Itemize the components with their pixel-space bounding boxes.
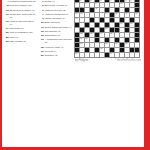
grid-cell[interactable]: 17 [135, 13, 139, 17]
grid-cell[interactable] [115, 3, 119, 7]
grid-cell-black [75, 43, 79, 47]
grid-cell[interactable] [110, 38, 114, 42]
cell-number: 17 [135, 13, 137, 14]
grid-cell-black [110, 28, 114, 32]
grid-cell[interactable] [100, 3, 104, 7]
grid-cell-black [105, 53, 109, 57]
grid-cell[interactable]: 32 [100, 48, 104, 52]
grid-cell[interactable] [105, 18, 109, 22]
crossword-page: 4Product of fermenting (3)8Lies for exam… [0, 0, 150, 150]
grid-cell[interactable] [90, 48, 94, 52]
grid-cell[interactable] [80, 53, 84, 57]
cell-number: 20 [130, 23, 132, 24]
cell-number: 26 [80, 38, 82, 39]
grid-cell[interactable]: 20 [130, 23, 134, 27]
grid-cell[interactable] [125, 18, 129, 22]
cell-number: 14 [105, 13, 107, 14]
cell-number: 1 [80, 0, 81, 1]
grid-cell-black [80, 28, 84, 32]
grid-cell[interactable] [130, 3, 134, 7]
clue-text: Son of the Herods (7) [45, 5, 74, 8]
attribution-author: by Philigree [75, 59, 89, 62]
clue-item: 18Heavenly body (4) [39, 47, 73, 50]
grid-cell[interactable]: 12 [75, 13, 79, 17]
cell-number: 22 [80, 33, 82, 34]
grid-cell-black [95, 0, 99, 2]
clue-item: 13Serpent for example (7) [4, 10, 37, 13]
grid-cell[interactable]: 23 [90, 33, 94, 37]
grid-cell[interactable] [130, 33, 134, 37]
grid-cell[interactable] [75, 28, 79, 32]
grid-cell-black [85, 48, 89, 52]
cell-number: 34 [110, 53, 112, 54]
cell-number: 7 [75, 3, 76, 4]
grid-cell[interactable] [90, 38, 94, 42]
grid-cell[interactable]: 19 [120, 23, 124, 27]
grid-cell[interactable]: 14 [105, 13, 109, 17]
grid-cell-black [135, 3, 139, 7]
grid-cell[interactable]: 2 [90, 0, 94, 2]
grid-cell[interactable]: 5 [125, 0, 129, 2]
cell-number: 5 [125, 0, 126, 1]
grid-cell[interactable] [80, 18, 84, 22]
grid-cell[interactable]: 7 [75, 3, 79, 7]
grid-cell[interactable] [100, 13, 104, 17]
grid-cell[interactable]: 26 [80, 38, 84, 42]
cell-number: 21 [105, 28, 107, 29]
clue-text: Serpent for example (7) [10, 10, 38, 13]
grid-cell-black [85, 0, 89, 2]
grid-cell[interactable] [120, 53, 124, 57]
clue-column-right: 1Slums (4)2Son of the Herods (7)6Waterlo… [39, 1, 73, 59]
clue-text: Lost in illustration (11) [10, 32, 38, 35]
grid-cell[interactable] [100, 53, 104, 57]
grid-cell[interactable] [105, 48, 109, 52]
grid-cell[interactable]: 18 [75, 18, 79, 22]
cell-number: 31 [125, 43, 127, 44]
grid-cell[interactable] [90, 43, 94, 47]
grid-cell-black [130, 48, 134, 52]
grid-cell-black [110, 48, 114, 52]
grid-cell[interactable]: 1 [80, 0, 84, 2]
grid-cell[interactable] [110, 43, 114, 47]
grid-cell[interactable]: 25 [110, 33, 114, 37]
cell-number: 2 [90, 0, 91, 1]
grid-cell-black [75, 8, 79, 12]
cell-number: 28 [80, 43, 82, 44]
grid-cell-black [75, 0, 79, 2]
grid-cell[interactable]: 21 [105, 28, 109, 32]
cell-number: 33 [75, 53, 77, 54]
grid-cell[interactable] [95, 13, 99, 17]
clue-item: 15Respirator, improvise kit (6) [4, 14, 37, 20]
crossword-grid[interactable]: 1234567891011121314151617181920212223242… [75, 0, 139, 57]
clue-item: 23Take to task (5) [4, 41, 37, 44]
cell-number: 13 [80, 13, 82, 14]
grid-cell-black [125, 38, 129, 42]
grid-cell[interactable]: 30 [115, 43, 119, 47]
grid-cell[interactable] [130, 28, 134, 32]
grid-cell[interactable]: 9 [95, 3, 99, 7]
grid-cell[interactable]: 33 [75, 53, 79, 57]
grid-cell[interactable] [90, 13, 94, 17]
clue-item: 16Land of milk and honey (6) [4, 21, 37, 27]
grid-cell[interactable] [115, 53, 119, 57]
grid-cell[interactable] [120, 13, 124, 17]
cell-number: 12 [75, 13, 77, 14]
grid-cell[interactable] [115, 18, 119, 22]
grid-cell[interactable]: 31 [125, 43, 129, 47]
grid-cell[interactable] [135, 18, 139, 22]
grid-cell-black [95, 38, 99, 42]
grid-cell[interactable]: 6 [130, 0, 134, 2]
clue-item: 8Lies for example (11) [4, 5, 37, 8]
clue-text: Heavenly body (4) [45, 47, 74, 50]
grid-cell[interactable] [130, 13, 134, 17]
grid-cell-black [75, 33, 79, 37]
grid-cell-black [105, 38, 109, 42]
clue-item: 2Son of the Herods (7) [39, 5, 73, 8]
cell-number: 6 [130, 0, 131, 1]
grid-cell[interactable] [85, 8, 89, 12]
grid-cell-black [85, 33, 89, 37]
clue-text: Waterloo tea trio (3) [45, 10, 74, 13]
grid-cell[interactable] [130, 8, 134, 12]
grid-cell-black [105, 23, 109, 27]
clue-item: 20Lost in illustration (11) [4, 32, 37, 35]
grid-cell[interactable]: 13 [80, 13, 84, 17]
cell-number: 4 [110, 0, 111, 1]
clue-text: Lies for example (11) [10, 5, 38, 8]
clue-item: 16A president's son and heir (5) [39, 39, 73, 45]
grid-cell-black [120, 43, 124, 47]
cell-number: 3 [100, 0, 101, 1]
cell-number: 29 [105, 43, 107, 44]
clue-item: 6Waterloo tea trio (3) [39, 10, 73, 13]
clue-text: A president's son and heir (5) [45, 39, 74, 45]
grid-cell[interactable] [100, 38, 104, 42]
grid-cell[interactable]: 4 [110, 0, 114, 2]
cell-number: 9 [95, 3, 96, 4]
grid-cell-black [95, 23, 99, 27]
clue-text: Blake twins (5) [45, 22, 74, 25]
grid-cell-black [85, 23, 89, 27]
grid-cell[interactable] [135, 53, 139, 57]
grid-cell-black [80, 8, 84, 12]
grid-cell-black [95, 33, 99, 37]
grid-cell[interactable]: 8 [85, 3, 89, 7]
clue-text: Negative (3) [45, 55, 74, 58]
grid-cell-black [115, 38, 119, 42]
grid-cell[interactable] [120, 8, 124, 12]
cell-number: 30 [115, 43, 117, 44]
grid-cell[interactable] [125, 53, 129, 57]
grid-cell[interactable] [85, 28, 89, 32]
grid-cell-black [115, 0, 119, 2]
grid-cell[interactable]: 29 [105, 43, 109, 47]
grid-cell-black [120, 18, 124, 22]
grid-cell[interactable]: 3 [100, 0, 104, 2]
grid-cell-black [75, 23, 79, 27]
grid-cell[interactable] [90, 23, 94, 27]
grid-cell[interactable] [85, 18, 89, 22]
grid-cell[interactable] [110, 8, 114, 12]
grid-cell[interactable] [85, 53, 89, 57]
grid-cell[interactable] [130, 53, 134, 57]
grid-cell-black [130, 18, 134, 22]
grid-cell[interactable] [105, 33, 109, 37]
grid-cell-black [100, 18, 104, 22]
grid-cell[interactable] [110, 3, 114, 7]
grid-cell-black [135, 23, 139, 27]
grid-cell-black [90, 18, 94, 22]
grid-cell-black [135, 38, 139, 42]
grid-cell-black [135, 33, 139, 37]
grid-cell[interactable] [90, 3, 94, 7]
grid-cell-black [100, 28, 104, 32]
grid-cell[interactable] [105, 3, 109, 7]
grid-cell[interactable]: 28 [80, 43, 84, 47]
cell-number: 16 [125, 13, 127, 14]
grid-cell-black [115, 8, 119, 12]
cell-number: 15 [115, 13, 117, 14]
grid-cell[interactable] [85, 43, 89, 47]
grid-cell-black [120, 0, 124, 2]
grid-cell-black [135, 0, 139, 2]
grid-cell[interactable] [100, 43, 104, 47]
grid-cell-black [110, 13, 114, 17]
grid-cell-black [105, 8, 109, 12]
grid-cell[interactable] [80, 3, 84, 7]
clue-column-left: 4Product of fermenting (3)8Lies for exam… [4, 1, 37, 45]
grid-cell[interactable] [100, 8, 104, 12]
grid-cell[interactable] [110, 23, 114, 27]
grid-cell-black [125, 23, 129, 27]
cell-number: 25 [110, 33, 112, 34]
grid-cell[interactable] [80, 23, 84, 27]
grid-cell[interactable]: 10 [120, 3, 124, 7]
grid-cell[interactable]: 11 [95, 8, 99, 12]
grid-cell-black [125, 28, 129, 32]
grid-cell[interactable]: 24 [100, 33, 104, 37]
cell-number: 10 [120, 3, 122, 4]
grid-cell-black [125, 8, 129, 12]
grid-cell[interactable] [95, 18, 99, 22]
grid-cell[interactable] [95, 43, 99, 47]
grid-cell-black [95, 48, 99, 52]
grid-cell[interactable] [135, 43, 139, 47]
grid-cell-black [115, 28, 119, 32]
cell-number: 27 [85, 38, 87, 39]
grid-cell[interactable]: 16 [125, 13, 129, 17]
grid-cell-black [135, 28, 139, 32]
grid-cell[interactable]: 22 [80, 33, 84, 37]
grid-cell-black [75, 38, 79, 42]
grid-cell-black [120, 48, 124, 52]
clue-item: 20Negative (3) [39, 55, 73, 58]
clue-text: Respirator, improvise kit (6) [10, 14, 38, 20]
cell-number: 24 [100, 33, 102, 34]
grid-cell-black [115, 23, 119, 27]
grid-cell-black [75, 48, 79, 52]
grid-cell[interactable]: 15 [115, 13, 119, 17]
clue-text: Take to task (5) [10, 41, 38, 44]
cell-number: 32 [100, 48, 102, 49]
grid-cell[interactable] [130, 38, 134, 42]
grid-cell[interactable] [85, 13, 89, 17]
grid-cell-black [90, 8, 94, 12]
attribution-copyright: © BestForPuzzles.com [115, 59, 141, 62]
grid-cell-black [90, 28, 94, 32]
cell-number: 11 [95, 8, 97, 9]
clue-text: Land of milk and honey (6) [10, 21, 38, 27]
grid-cell[interactable]: 27 [85, 38, 89, 42]
grid-cell-black [135, 48, 139, 52]
grid-cell[interactable] [120, 28, 124, 32]
grid-cell[interactable] [90, 53, 94, 57]
grid-cell[interactable] [130, 43, 134, 47]
clue-item: 10Blake twins (5) [39, 22, 73, 25]
grid-cell[interactable] [115, 33, 119, 37]
grid-cell[interactable] [95, 28, 99, 32]
grid-cell[interactable] [115, 48, 119, 52]
cell-number: 23 [90, 33, 92, 34]
cell-number: 8 [85, 3, 86, 4]
grid-cell[interactable] [125, 3, 129, 7]
grid-cell[interactable] [125, 33, 129, 37]
grid-cell[interactable] [120, 33, 124, 37]
grid-cell[interactable] [95, 53, 99, 57]
grid-cell[interactable] [80, 48, 84, 52]
grid-cell[interactable] [125, 48, 129, 52]
grid-cell-black [105, 0, 109, 2]
grid-cell[interactable]: 34 [110, 53, 114, 57]
grid-cell-black [135, 8, 139, 12]
cell-number: 19 [120, 23, 122, 24]
cell-number: 18 [75, 18, 77, 19]
grid-cell[interactable] [100, 23, 104, 27]
grid-cell-black [110, 18, 114, 22]
grid-cell[interactable] [120, 38, 124, 42]
